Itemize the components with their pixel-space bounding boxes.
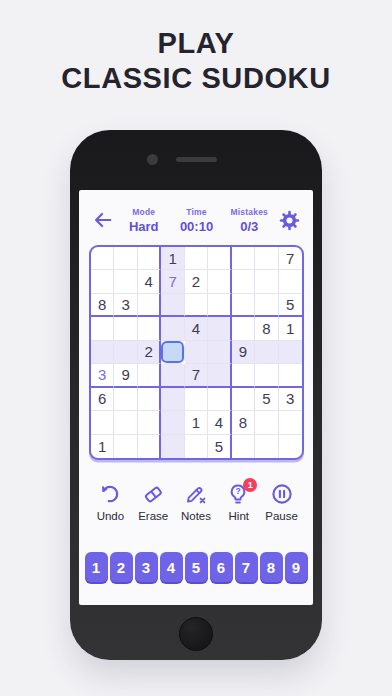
cell-r2c4[interactable]: 7 xyxy=(161,270,184,293)
notes-button[interactable]: Notes xyxy=(175,482,218,522)
cell-r5c5[interactable] xyxy=(185,341,208,364)
cell-r8c9[interactable] xyxy=(279,411,302,434)
cell-r5c9[interactable] xyxy=(279,341,302,364)
cell-r8c8[interactable] xyxy=(255,411,278,434)
cell-r9c9[interactable] xyxy=(279,435,302,458)
earpiece-speaker xyxy=(176,157,217,162)
cell-r9c6[interactable]: 5 xyxy=(208,435,231,458)
numpad-3[interactable]: 3 xyxy=(135,552,158,582)
cell-r1c1[interactable] xyxy=(91,247,114,270)
cell-r9c1[interactable]: 1 xyxy=(91,435,114,458)
cell-r3c2[interactable]: 3 xyxy=(114,294,137,317)
time-value: 00:10 xyxy=(174,219,220,234)
cell-r3c1[interactable]: 8 xyxy=(91,294,114,317)
cell-r9c5[interactable] xyxy=(185,435,208,458)
cell-r1c6[interactable] xyxy=(208,247,231,270)
hint-button[interactable]: ? 1 Hint xyxy=(217,482,260,522)
sudoku-board: 174728354812939765314815 xyxy=(89,245,304,460)
cell-r2c1[interactable] xyxy=(91,270,114,293)
undo-icon xyxy=(98,482,122,506)
cell-r7c1[interactable]: 6 xyxy=(91,388,114,411)
undo-label: Undo xyxy=(97,510,125,522)
cell-r4c9[interactable]: 1 xyxy=(279,317,302,340)
cell-r6c7[interactable] xyxy=(232,364,255,387)
cell-r6c5[interactable]: 7 xyxy=(185,364,208,387)
cell-r5c8[interactable] xyxy=(255,341,278,364)
cell-r8c7[interactable]: 8 xyxy=(232,411,255,434)
game-header: Mode Hard Time 00:10 Mistakes 0/3 xyxy=(92,200,300,240)
numpad-1[interactable]: 1 xyxy=(85,552,108,582)
page-title: PLAY CLASSIC SUDOKU xyxy=(0,26,392,96)
mistakes-value: 0/3 xyxy=(226,219,272,234)
cell-r6c6[interactable] xyxy=(208,364,231,387)
cell-r6c9[interactable] xyxy=(279,364,302,387)
cell-r4c5[interactable]: 4 xyxy=(185,317,208,340)
svg-text:?: ? xyxy=(235,486,240,496)
cell-r5c6[interactable] xyxy=(208,341,231,364)
cell-r3c5[interactable] xyxy=(185,294,208,317)
cell-r8c1[interactable] xyxy=(91,411,114,434)
cell-r1c5[interactable] xyxy=(185,247,208,270)
cell-r8c4[interactable] xyxy=(161,411,184,434)
hint-count-badge: 1 xyxy=(243,478,257,492)
cell-r6c8[interactable] xyxy=(255,364,278,387)
cell-r4c3[interactable] xyxy=(138,317,161,340)
number-pad: 123456789 xyxy=(79,552,313,582)
cell-r2c9[interactable] xyxy=(279,270,302,293)
notes-label: Notes xyxy=(181,510,211,522)
eraser-icon xyxy=(141,482,165,506)
erase-label: Erase xyxy=(138,510,168,522)
app-screen: Mode Hard Time 00:10 Mistakes 0/3 xyxy=(79,190,313,605)
cell-r4c2[interactable] xyxy=(114,317,137,340)
gear-icon xyxy=(279,210,300,231)
front-camera-dot xyxy=(147,154,158,165)
cell-r4c8[interactable]: 8 xyxy=(255,317,278,340)
cell-r7c5[interactable] xyxy=(185,388,208,411)
pencil-notes-icon xyxy=(184,482,208,506)
cell-r4c4[interactable] xyxy=(161,317,184,340)
cell-r2c7[interactable] xyxy=(232,270,255,293)
mode-group: Mode Hard xyxy=(121,207,167,234)
cell-r7c3[interactable] xyxy=(138,388,161,411)
cell-r3c7[interactable] xyxy=(232,294,255,317)
cell-r8c5[interactable]: 1 xyxy=(185,411,208,434)
mistakes-label: Mistakes xyxy=(226,207,272,217)
numpad-7[interactable]: 7 xyxy=(235,552,258,582)
cell-r7c4[interactable] xyxy=(161,388,184,411)
cell-r3c3[interactable] xyxy=(138,294,161,317)
numpad-4[interactable]: 4 xyxy=(160,552,183,582)
cell-r4c1[interactable] xyxy=(91,317,114,340)
pause-label: Pause xyxy=(265,510,298,522)
cell-r9c3[interactable] xyxy=(138,435,161,458)
cell-r7c9[interactable]: 3 xyxy=(279,388,302,411)
numpad-8[interactable]: 8 xyxy=(260,552,283,582)
toolbar: Undo Erase xyxy=(89,482,303,522)
cell-r9c7[interactable] xyxy=(232,435,255,458)
cell-r8c6[interactable]: 4 xyxy=(208,411,231,434)
cell-r3c4[interactable] xyxy=(161,294,184,317)
cell-r2c6[interactable] xyxy=(208,270,231,293)
pause-icon xyxy=(270,482,294,506)
mode-value: Hard xyxy=(121,219,167,234)
numpad-5[interactable]: 5 xyxy=(185,552,208,582)
cell-r5c2[interactable] xyxy=(114,341,137,364)
cell-r1c2[interactable] xyxy=(114,247,137,270)
undo-button[interactable]: Undo xyxy=(89,482,132,522)
cell-r7c8[interactable]: 5 xyxy=(255,388,278,411)
cell-r3c8[interactable] xyxy=(255,294,278,317)
cell-r6c4[interactable] xyxy=(161,364,184,387)
cell-r1c9[interactable]: 7 xyxy=(279,247,302,270)
cell-r6c1[interactable]: 3 xyxy=(91,364,114,387)
cell-r6c3[interactable] xyxy=(138,364,161,387)
cell-r1c3[interactable] xyxy=(138,247,161,270)
cell-r9c2[interactable] xyxy=(114,435,137,458)
cell-r8c3[interactable] xyxy=(138,411,161,434)
home-button[interactable] xyxy=(179,617,213,651)
cell-r2c3[interactable]: 4 xyxy=(138,270,161,293)
numpad-2[interactable]: 2 xyxy=(110,552,133,582)
cell-r1c8[interactable] xyxy=(255,247,278,270)
cell-r2c2[interactable] xyxy=(114,270,137,293)
phone-mockup: Mode Hard Time 00:10 Mistakes 0/3 xyxy=(70,130,322,660)
mode-label: Mode xyxy=(121,207,167,217)
cell-r3c6[interactable] xyxy=(208,294,231,317)
back-button[interactable] xyxy=(92,209,114,231)
cell-r8c2[interactable] xyxy=(114,411,137,434)
numpad-9[interactable]: 9 xyxy=(285,552,308,582)
cell-r7c6[interactable] xyxy=(208,388,231,411)
cell-r1c4[interactable]: 1 xyxy=(161,247,184,270)
cell-r2c5[interactable]: 2 xyxy=(185,270,208,293)
time-label: Time xyxy=(174,207,220,217)
app-store-screenshot: PLAY CLASSIC SUDOKU Mode Hard Time xyxy=(0,0,392,696)
cell-r7c7[interactable] xyxy=(232,388,255,411)
cell-r5c4[interactable] xyxy=(161,341,184,364)
cell-r5c7[interactable]: 9 xyxy=(232,341,255,364)
time-group: Time 00:10 xyxy=(174,207,220,234)
settings-button[interactable] xyxy=(279,210,300,231)
cell-r2c8[interactable] xyxy=(255,270,278,293)
cell-r7c2[interactable] xyxy=(114,388,137,411)
title-line-1: PLAY xyxy=(0,26,392,61)
cell-r6c2[interactable]: 9 xyxy=(114,364,137,387)
cell-r3c9[interactable]: 5 xyxy=(279,294,302,317)
cell-r4c7[interactable] xyxy=(232,317,255,340)
cell-r5c3[interactable]: 2 xyxy=(138,341,161,364)
cell-r1c7[interactable] xyxy=(232,247,255,270)
mistakes-group: Mistakes 0/3 xyxy=(226,207,272,234)
back-arrow-icon xyxy=(92,209,114,231)
erase-button[interactable]: Erase xyxy=(132,482,175,522)
numpad-6[interactable]: 6 xyxy=(210,552,233,582)
cell-r9c8[interactable] xyxy=(255,435,278,458)
hint-label: Hint xyxy=(229,510,249,522)
cell-r9c4[interactable] xyxy=(161,435,184,458)
title-line-2: CLASSIC SUDOKU xyxy=(0,61,392,96)
cell-r5c1[interactable] xyxy=(91,341,114,364)
pause-button[interactable]: Pause xyxy=(260,482,303,522)
cell-r4c6[interactable] xyxy=(208,317,231,340)
